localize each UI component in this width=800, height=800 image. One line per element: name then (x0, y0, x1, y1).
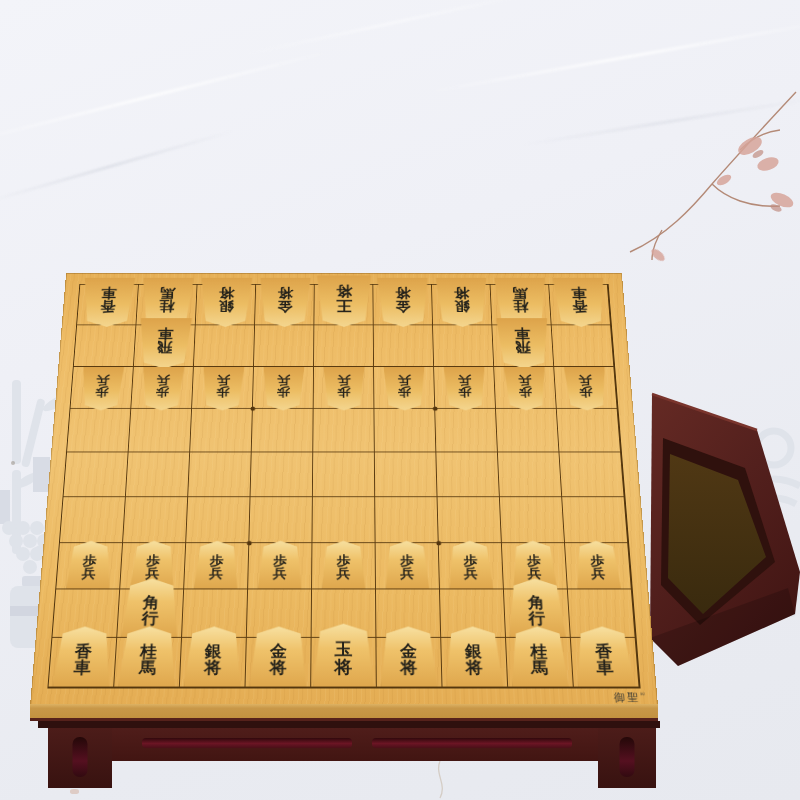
piece-kanji: 銀 (205, 643, 222, 659)
board-cell[interactable]: 歩兵 (565, 543, 632, 590)
piece-kanji: 金 (277, 299, 292, 313)
piece-kanji: 歩 (273, 555, 287, 568)
piece-kanji: 歩 (82, 555, 96, 568)
piece-kanji: 角 (527, 595, 544, 611)
piece-far-gold-general[interactable]: 金将 (377, 278, 429, 327)
piece-kanji: 歩 (527, 555, 541, 568)
piece-kanji: 車 (596, 660, 614, 677)
backdrop-speck (70, 789, 79, 794)
board-cell[interactable]: 香車 (48, 638, 117, 687)
piece-kanji: 馬 (159, 286, 175, 299)
board-cell[interactable] (313, 452, 375, 497)
board-cell[interactable] (557, 409, 621, 453)
piece-near-silver-general[interactable]: 銀将 (445, 627, 503, 687)
board-cell[interactable]: 金将 (373, 285, 433, 325)
board-cell[interactable] (436, 452, 500, 497)
board-cell[interactable] (188, 452, 252, 497)
piece-kanji: 金 (400, 643, 417, 659)
board-cell[interactable] (498, 452, 562, 497)
apron-groove (372, 738, 572, 748)
piece-kanji: 歩 (400, 555, 414, 568)
board-cell[interactable]: 飛車 (492, 325, 554, 366)
board-cell[interactable] (375, 497, 439, 543)
piece-far-pawn[interactable]: 歩兵 (140, 367, 184, 410)
star-point (247, 541, 252, 545)
piece-kanji: 銀 (218, 299, 234, 313)
piece-far-pawn[interactable]: 歩兵 (262, 367, 304, 410)
board-cell[interactable] (186, 497, 250, 543)
piece-kanji: 銀 (454, 299, 470, 313)
board-cell[interactable] (433, 325, 494, 366)
board-cell[interactable]: 香車 (571, 638, 640, 687)
backdrop-streak (0, 49, 335, 144)
piece-kanji: 歩 (337, 555, 350, 568)
dried-twig (600, 80, 800, 270)
board-cell[interactable] (194, 325, 255, 366)
board-cell[interactable]: 飛車 (134, 325, 196, 366)
piece-kanji: 将 (335, 658, 353, 676)
board-cell[interactable]: 歩兵 (131, 367, 194, 409)
piece-kanji: 桂 (530, 643, 548, 659)
board-cell[interactable]: 玉将 (311, 638, 377, 687)
board-cell[interactable]: 銀将 (432, 285, 492, 325)
piece-near-pawn[interactable]: 歩兵 (66, 541, 113, 589)
piece-kanji: 兵 (82, 568, 96, 581)
piece-kanji: 歩 (216, 386, 229, 398)
board-cell[interactable]: 金将 (255, 285, 315, 325)
board-cell[interactable]: 歩兵 (248, 543, 312, 590)
piece-kanji: 角 (142, 595, 159, 611)
board-cell[interactable] (249, 497, 313, 543)
piece-kanji: 兵 (277, 374, 290, 386)
piece-far-rook[interactable]: 飛車 (137, 318, 191, 368)
board-cell[interactable]: 香車 (77, 285, 139, 325)
stand-leg-right (598, 728, 656, 788)
piece-kanji: 桂 (140, 643, 158, 659)
piece-kanji: 桂 (513, 299, 529, 313)
board-cell[interactable]: 歩兵 (70, 367, 133, 409)
board-cell[interactable]: 歩兵 (184, 543, 249, 590)
piece-kanji: 歩 (458, 386, 471, 398)
piece-kanji: 歩 (155, 386, 168, 398)
board-cell[interactable]: 金将 (376, 638, 442, 687)
piece-kanji: 歩 (464, 555, 478, 568)
piece-kanji: 歩 (337, 386, 350, 398)
piece-kanji: 馬 (512, 286, 528, 299)
piece-kanji: 車 (157, 326, 173, 340)
piece-kanji: 車 (514, 326, 530, 340)
piece-kanji: 兵 (96, 374, 110, 386)
piece-far-lance[interactable]: 香車 (81, 278, 135, 327)
brand-signature: 御聖® (614, 690, 646, 705)
board-cell[interactable]: 銀将 (196, 285, 256, 325)
piece-kanji: 将 (270, 660, 287, 677)
board-cell[interactable] (435, 409, 498, 453)
drawer-open (628, 382, 800, 682)
piece-kanji: 飛 (515, 340, 531, 354)
board-cell[interactable] (562, 497, 628, 543)
piece-kanji: 香 (595, 643, 613, 659)
piece-kanji: 馬 (139, 660, 157, 677)
piece-kanji: 将 (336, 284, 352, 298)
piece-kanji: 兵 (400, 568, 414, 581)
board-cell[interactable] (313, 409, 375, 453)
board-cell[interactable] (190, 409, 253, 453)
piece-kanji: 香 (100, 299, 116, 313)
piece-near-silver-general[interactable]: 銀将 (184, 627, 242, 687)
piece-kanji: 兵 (591, 568, 605, 581)
board-cell[interactable] (67, 409, 131, 453)
board-grid: 香車桂馬銀将金将王将金将銀将桂馬香車飛車飛車歩兵歩兵歩兵歩兵歩兵歩兵歩兵歩兵歩兵… (47, 284, 640, 689)
piece-kanji: 兵 (464, 568, 478, 581)
shogi-board: 香車桂馬銀将金将王将金将銀将桂馬香車飛車飛車歩兵歩兵歩兵歩兵歩兵歩兵歩兵歩兵歩兵… (30, 273, 658, 706)
board-cell[interactable] (129, 409, 192, 453)
piece-near-pawn[interactable]: 歩兵 (194, 541, 239, 589)
board-cell[interactable] (126, 452, 190, 497)
star-point (437, 541, 442, 545)
piece-near-pawn[interactable]: 歩兵 (258, 541, 302, 589)
board-cell[interactable]: 歩兵 (253, 367, 314, 409)
piece-kanji: 将 (277, 286, 292, 299)
backdrop-streak (0, 129, 235, 204)
board-cell[interactable] (374, 325, 434, 366)
apron-groove (142, 738, 352, 748)
piece-kanji: 将 (218, 286, 234, 299)
piece-kanji: 香 (571, 299, 587, 313)
piece-kanji: 兵 (156, 374, 169, 386)
board-cell[interactable]: 銀将 (180, 638, 247, 687)
board-cell[interactable]: 歩兵 (494, 367, 557, 409)
stand-leg-left (48, 728, 112, 788)
piece-far-gold-general[interactable]: 金将 (259, 278, 311, 327)
piece-kanji: 金 (270, 643, 287, 659)
piece-kanji: 兵 (518, 374, 531, 386)
board-cell[interactable] (254, 325, 314, 366)
piece-kanji: 香 (74, 643, 92, 659)
board-cell[interactable] (123, 497, 188, 543)
board-cell[interactable]: 桂馬 (506, 638, 574, 687)
backdrop-streak (243, 0, 537, 56)
piece-kanji: 兵 (337, 568, 351, 581)
board-cell[interactable]: 桂馬 (114, 638, 182, 687)
board-cell[interactable] (74, 325, 137, 366)
brand-signature-text: 御聖 (614, 691, 641, 703)
piece-far-rook[interactable]: 飛車 (496, 318, 550, 368)
registered-mark: ® (639, 691, 645, 699)
piece-far-silver-general[interactable]: 銀将 (435, 278, 488, 327)
board-cell[interactable] (438, 497, 502, 543)
piece-kanji: 将 (395, 286, 410, 299)
piece-near-pawn[interactable]: 歩兵 (385, 541, 429, 589)
piece-kanji: 歩 (518, 386, 531, 398)
piece-far-pawn[interactable]: 歩兵 (80, 367, 124, 410)
board-cell[interactable]: 歩兵 (554, 367, 617, 409)
piece-kanji: 将 (400, 660, 417, 677)
piece-near-pawn[interactable]: 歩兵 (448, 541, 493, 589)
board-cell[interactable] (312, 497, 375, 543)
board-cell[interactable]: 歩兵 (314, 367, 375, 409)
leg-slot (73, 737, 88, 777)
piece-kanji: 銀 (465, 643, 482, 659)
piece-far-pawn[interactable]: 歩兵 (503, 367, 546, 410)
board-cell[interactable] (374, 409, 436, 453)
backdrop-speck (11, 461, 15, 465)
board-cell[interactable]: 歩兵 (192, 367, 254, 409)
piece-near-king-gyokusho[interactable]: 玉将 (313, 624, 374, 687)
board-cell[interactable]: 歩兵 (376, 543, 440, 590)
piece-kanji: 兵 (273, 568, 287, 581)
piece-kanji: 飛 (156, 340, 172, 354)
board-cell[interactable]: 歩兵 (312, 543, 376, 590)
piece-kanji: 歩 (95, 386, 109, 398)
board-cell[interactable] (552, 325, 615, 366)
board-cell[interactable] (63, 452, 128, 497)
piece-kanji: 兵 (337, 374, 350, 386)
board-cell[interactable]: 銀将 (441, 638, 508, 687)
board-cell[interactable]: 王将 (314, 285, 373, 325)
board-front-edge (30, 704, 658, 721)
board-cell[interactable] (559, 452, 624, 497)
piece-kanji: 王 (335, 298, 351, 312)
piece-kanji: 行 (528, 611, 545, 627)
board-cell[interactable] (250, 452, 313, 497)
piece-near-gold-general[interactable]: 金将 (380, 627, 437, 687)
piece-kanji: 車 (73, 660, 91, 677)
piece-kanji: 歩 (579, 386, 593, 398)
piece-kanji: 兵 (578, 374, 592, 386)
piece-kanji: 行 (141, 611, 158, 627)
board-cell[interactable] (375, 452, 438, 497)
board-cell[interactable]: 歩兵 (439, 543, 504, 590)
piece-kanji: 将 (465, 660, 482, 677)
piece-near-gold-general[interactable]: 金将 (249, 627, 306, 687)
star-point (433, 407, 438, 411)
piece-kanji: 兵 (458, 374, 471, 386)
piece-near-pawn[interactable]: 歩兵 (574, 541, 621, 589)
board-cell[interactable] (496, 409, 559, 453)
piece-kanji: 歩 (277, 386, 290, 398)
board-cell[interactable]: 歩兵 (434, 367, 496, 409)
piece-near-pawn[interactable]: 歩兵 (322, 541, 366, 589)
board-cell[interactable]: 金将 (245, 638, 311, 687)
piece-kanji: 桂 (159, 299, 175, 313)
piece-kanji: 歩 (146, 555, 160, 568)
piece-kanji: 車 (571, 286, 587, 299)
piece-kanji: 歩 (590, 555, 604, 568)
board-cell[interactable]: 歩兵 (56, 543, 123, 590)
piece-far-pawn[interactable]: 歩兵 (383, 367, 425, 410)
piece-far-pawn[interactable]: 歩兵 (201, 367, 244, 410)
piece-far-pawn[interactable]: 歩兵 (323, 367, 364, 410)
piece-far-king-osho[interactable]: 王将 (316, 275, 371, 326)
piece-kanji: 歩 (210, 555, 224, 568)
piece-kanji: 金 (395, 299, 410, 313)
piece-far-pawn[interactable]: 歩兵 (563, 367, 607, 410)
board-cell[interactable]: 歩兵 (374, 367, 435, 409)
board-cell[interactable] (314, 325, 374, 366)
piece-kanji: 歩 (398, 386, 411, 398)
board-cell[interactable]: 香車 (549, 285, 611, 325)
piece-kanji: 将 (204, 660, 221, 677)
piece-kanji: 馬 (531, 660, 549, 677)
piece-kanji: 兵 (209, 568, 223, 581)
leg-slot (620, 737, 635, 777)
stand-apron (110, 728, 602, 761)
piece-far-pawn[interactable]: 歩兵 (443, 367, 486, 410)
piece-kanji: 兵 (216, 374, 229, 386)
piece-kanji: 車 (101, 286, 117, 299)
shogi-product-photo: { "game": "shogi", "position": { "sfen":… (0, 0, 800, 800)
piece-far-silver-general[interactable]: 銀将 (199, 278, 252, 327)
piece-kanji: 将 (453, 286, 469, 299)
stand-rail (38, 721, 660, 728)
board-cell[interactable] (60, 497, 126, 543)
piece-kanji: 兵 (397, 374, 410, 386)
piece-far-lance[interactable]: 香車 (552, 278, 606, 327)
board-cell[interactable] (500, 497, 565, 543)
board-cell[interactable] (252, 409, 314, 453)
piece-kanji: 玉 (335, 641, 353, 658)
